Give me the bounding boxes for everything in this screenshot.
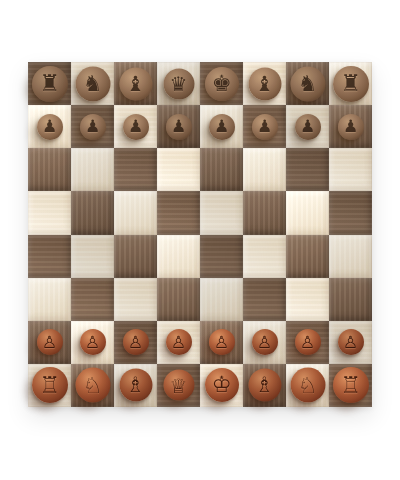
piece-white-pawn[interactable]: ♙ bbox=[123, 329, 149, 355]
square-d7[interactable]: ♟ bbox=[157, 105, 200, 148]
square-g4[interactable] bbox=[286, 235, 329, 278]
black-pawn-glyph: ♟ bbox=[85, 118, 100, 135]
square-g3[interactable] bbox=[286, 278, 329, 321]
square-b7[interactable]: ♟ bbox=[71, 105, 114, 148]
white-rook-glyph: ♖ bbox=[340, 374, 361, 397]
square-h6[interactable] bbox=[329, 148, 372, 191]
square-b1[interactable]: ♘ bbox=[71, 364, 114, 407]
square-g5[interactable] bbox=[286, 191, 329, 234]
piece-white-pawn[interactable]: ♙ bbox=[338, 329, 364, 355]
black-pawn-glyph: ♟ bbox=[343, 118, 358, 135]
square-f1[interactable]: ♗ bbox=[243, 364, 286, 407]
piece-white-bishop[interactable]: ♗ bbox=[119, 369, 152, 402]
square-d5[interactable] bbox=[157, 191, 200, 234]
square-a3[interactable] bbox=[28, 278, 71, 321]
piece-black-rook[interactable]: ♜ bbox=[32, 66, 68, 102]
white-king-glyph: ♔ bbox=[212, 374, 232, 396]
piece-black-king[interactable]: ♚ bbox=[205, 67, 239, 101]
piece-white-knight[interactable]: ♘ bbox=[75, 368, 110, 403]
white-pawn-glyph: ♙ bbox=[42, 334, 57, 351]
square-b5[interactable] bbox=[71, 191, 114, 234]
square-d4[interactable] bbox=[157, 235, 200, 278]
piece-white-bishop[interactable]: ♗ bbox=[248, 369, 281, 402]
square-b3[interactable] bbox=[71, 278, 114, 321]
square-h8[interactable]: ♜ bbox=[329, 62, 372, 105]
square-e1[interactable]: ♔ bbox=[200, 364, 243, 407]
square-f8[interactable]: ♝ bbox=[243, 62, 286, 105]
square-b4[interactable] bbox=[71, 235, 114, 278]
black-pawn-glyph: ♟ bbox=[42, 118, 57, 135]
square-g6[interactable] bbox=[286, 148, 329, 191]
white-pawn-glyph: ♙ bbox=[171, 334, 186, 351]
piece-black-pawn[interactable]: ♟ bbox=[295, 114, 321, 140]
square-h5[interactable] bbox=[329, 191, 372, 234]
square-b6[interactable] bbox=[71, 148, 114, 191]
black-knight-glyph: ♞ bbox=[298, 73, 318, 95]
square-c6[interactable] bbox=[114, 148, 157, 191]
square-a2[interactable]: ♙ bbox=[28, 321, 71, 364]
piece-black-bishop[interactable]: ♝ bbox=[119, 67, 152, 100]
square-c2[interactable]: ♙ bbox=[114, 321, 157, 364]
square-h3[interactable] bbox=[329, 278, 372, 321]
square-a5[interactable] bbox=[28, 191, 71, 234]
square-g1[interactable]: ♘ bbox=[286, 364, 329, 407]
piece-white-king[interactable]: ♔ bbox=[205, 368, 239, 402]
square-e7[interactable]: ♟ bbox=[200, 105, 243, 148]
piece-black-pawn[interactable]: ♟ bbox=[80, 114, 106, 140]
square-g2[interactable]: ♙ bbox=[286, 321, 329, 364]
square-c3[interactable] bbox=[114, 278, 157, 321]
piece-black-pawn[interactable]: ♟ bbox=[123, 114, 149, 140]
piece-black-pawn[interactable]: ♟ bbox=[209, 114, 235, 140]
black-queen-glyph: ♛ bbox=[170, 74, 188, 94]
square-e3[interactable] bbox=[200, 278, 243, 321]
square-a8[interactable]: ♜ bbox=[28, 62, 71, 105]
square-e4[interactable] bbox=[200, 235, 243, 278]
square-h1[interactable]: ♖ bbox=[329, 364, 372, 407]
square-b2[interactable]: ♙ bbox=[71, 321, 114, 364]
white-bishop-glyph: ♗ bbox=[126, 375, 145, 396]
piece-white-pawn[interactable]: ♙ bbox=[80, 329, 106, 355]
square-c1[interactable]: ♗ bbox=[114, 364, 157, 407]
square-e2[interactable]: ♙ bbox=[200, 321, 243, 364]
piece-black-queen[interactable]: ♛ bbox=[163, 68, 194, 99]
square-f6[interactable] bbox=[243, 148, 286, 191]
white-pawn-glyph: ♙ bbox=[85, 334, 100, 351]
square-e5[interactable] bbox=[200, 191, 243, 234]
square-e8[interactable]: ♚ bbox=[200, 62, 243, 105]
square-f5[interactable] bbox=[243, 191, 286, 234]
piece-black-pawn[interactable]: ♟ bbox=[252, 114, 278, 140]
white-knight-glyph: ♘ bbox=[298, 374, 318, 396]
black-pawn-glyph: ♟ bbox=[214, 118, 229, 135]
square-d1[interactable]: ♕ bbox=[157, 364, 200, 407]
piece-white-knight[interactable]: ♘ bbox=[290, 368, 325, 403]
piece-black-pawn[interactable]: ♟ bbox=[338, 114, 364, 140]
square-f4[interactable] bbox=[243, 235, 286, 278]
black-rook-glyph: ♜ bbox=[39, 72, 60, 95]
white-bishop-glyph: ♗ bbox=[255, 375, 274, 396]
square-c4[interactable] bbox=[114, 235, 157, 278]
white-rook-glyph: ♖ bbox=[39, 374, 60, 397]
piece-black-pawn[interactable]: ♟ bbox=[166, 114, 192, 140]
square-a4[interactable] bbox=[28, 235, 71, 278]
square-f3[interactable] bbox=[243, 278, 286, 321]
white-pawn-glyph: ♙ bbox=[128, 334, 143, 351]
square-h7[interactable]: ♟ bbox=[329, 105, 372, 148]
white-pawn-glyph: ♙ bbox=[257, 334, 272, 351]
piece-white-pawn[interactable]: ♙ bbox=[209, 329, 235, 355]
square-a6[interactable] bbox=[28, 148, 71, 191]
white-pawn-glyph: ♙ bbox=[214, 334, 229, 351]
square-c7[interactable]: ♟ bbox=[114, 105, 157, 148]
square-c8[interactable]: ♝ bbox=[114, 62, 157, 105]
black-bishop-glyph: ♝ bbox=[126, 73, 145, 94]
black-pawn-glyph: ♟ bbox=[171, 118, 186, 135]
square-e6[interactable] bbox=[200, 148, 243, 191]
square-f7[interactable]: ♟ bbox=[243, 105, 286, 148]
chess-board: ♜♞♝♛♚♝♞♜♟♟♟♟♟♟♟♟♙♙♙♙♙♙♙♙♖♘♗♕♔♗♘♖ bbox=[28, 62, 372, 407]
square-d6[interactable] bbox=[157, 148, 200, 191]
square-b8[interactable]: ♞ bbox=[71, 62, 114, 105]
white-pawn-glyph: ♙ bbox=[343, 334, 358, 351]
square-d2[interactable]: ♙ bbox=[157, 321, 200, 364]
white-knight-glyph: ♘ bbox=[83, 374, 103, 396]
piece-white-rook[interactable]: ♖ bbox=[32, 367, 68, 403]
black-rook-glyph: ♜ bbox=[340, 72, 361, 95]
piece-white-pawn[interactable]: ♙ bbox=[37, 329, 63, 355]
square-g8[interactable]: ♞ bbox=[286, 62, 329, 105]
square-f2[interactable]: ♙ bbox=[243, 321, 286, 364]
black-pawn-glyph: ♟ bbox=[300, 118, 315, 135]
piece-white-pawn[interactable]: ♙ bbox=[166, 329, 192, 355]
white-pawn-glyph: ♙ bbox=[300, 334, 315, 351]
white-queen-glyph: ♕ bbox=[170, 375, 188, 395]
square-a7[interactable]: ♟ bbox=[28, 105, 71, 148]
square-d3[interactable] bbox=[157, 278, 200, 321]
piece-black-rook[interactable]: ♜ bbox=[333, 66, 369, 102]
black-king-glyph: ♚ bbox=[212, 73, 232, 95]
piece-black-knight[interactable]: ♞ bbox=[290, 66, 325, 101]
black-knight-glyph: ♞ bbox=[83, 73, 103, 95]
piece-black-pawn[interactable]: ♟ bbox=[37, 114, 63, 140]
square-a1[interactable]: ♖ bbox=[28, 364, 71, 407]
piece-black-knight[interactable]: ♞ bbox=[75, 66, 110, 101]
piece-white-queen[interactable]: ♕ bbox=[163, 370, 194, 401]
square-h2[interactable]: ♙ bbox=[329, 321, 372, 364]
black-pawn-glyph: ♟ bbox=[257, 118, 272, 135]
square-h4[interactable] bbox=[329, 235, 372, 278]
black-bishop-glyph: ♝ bbox=[255, 73, 274, 94]
square-d8[interactable]: ♛ bbox=[157, 62, 200, 105]
piece-black-bishop[interactable]: ♝ bbox=[248, 67, 281, 100]
photo-canvas: ♜♞♝♛♚♝♞♜♟♟♟♟♟♟♟♟♙♙♙♙♙♙♙♙♖♘♗♕♔♗♘♖ bbox=[0, 0, 400, 480]
piece-white-pawn[interactable]: ♙ bbox=[252, 329, 278, 355]
black-pawn-glyph: ♟ bbox=[128, 118, 143, 135]
piece-white-rook[interactable]: ♖ bbox=[333, 367, 369, 403]
square-g7[interactable]: ♟ bbox=[286, 105, 329, 148]
piece-white-pawn[interactable]: ♙ bbox=[295, 329, 321, 355]
square-c5[interactable] bbox=[114, 191, 157, 234]
